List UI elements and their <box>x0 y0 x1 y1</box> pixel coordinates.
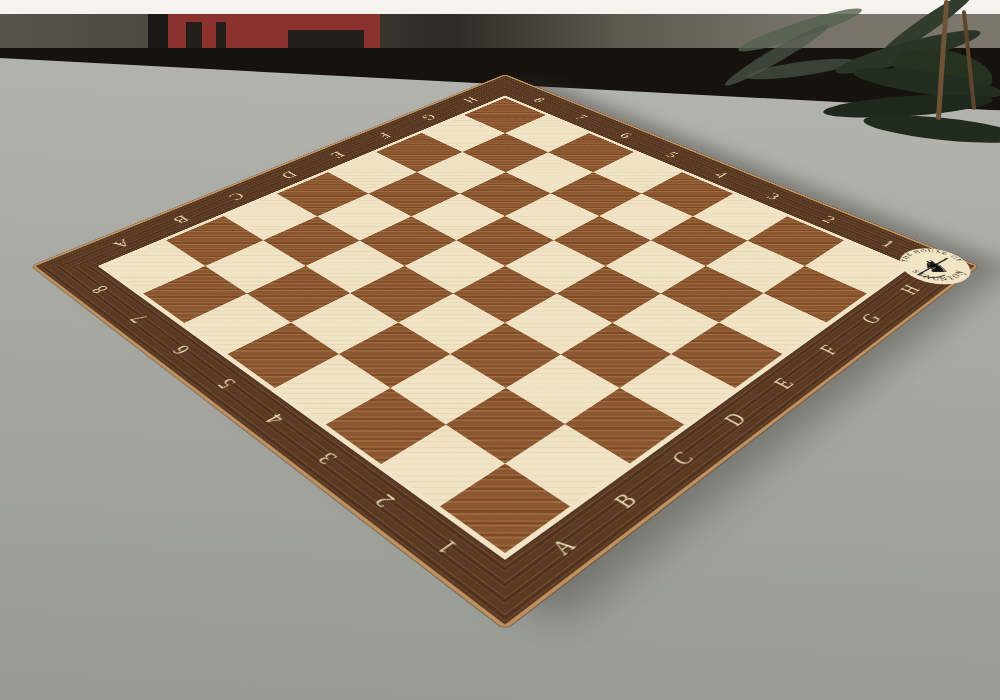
playing-field <box>98 95 913 559</box>
photo-of-chessboard: { "game": "chess", "board_type": "wooden… <box>0 0 1000 700</box>
board-grid <box>105 98 905 553</box>
board-perspective-scene: AA11BB22CC33DD44EE55FF66GG77HH88 THE HOU… <box>0 0 1000 700</box>
chessboard: AA11BB22CC33DD44EE55FF66GG77HH88 THE HOU… <box>35 76 974 625</box>
